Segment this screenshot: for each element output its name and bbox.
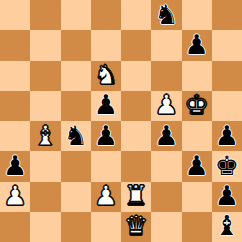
square-a5[interactable]	[0, 91, 30, 121]
black-pawn-a3[interactable]: ♟	[3, 152, 27, 179]
square-a2[interactable]: ♟	[0, 182, 30, 212]
square-g7[interactable]: ♟	[182, 30, 212, 60]
square-e2[interactable]: ♜	[121, 182, 151, 212]
square-g8[interactable]	[182, 0, 212, 30]
square-c7[interactable]	[61, 30, 91, 60]
square-f5[interactable]: ♟	[151, 91, 181, 121]
white-pawn-f5[interactable]: ♟	[154, 91, 178, 118]
square-a7[interactable]	[0, 30, 30, 60]
black-pawn-g3[interactable]: ♟	[185, 152, 209, 179]
white-bishop-b4[interactable]: ♝	[33, 122, 57, 149]
square-h7[interactable]	[212, 30, 242, 60]
square-g2[interactable]	[182, 182, 212, 212]
white-knight-d6[interactable]: ♞	[94, 61, 118, 88]
square-b5[interactable]	[30, 91, 60, 121]
black-pawn-h4[interactable]: ♟	[215, 122, 239, 149]
square-f2[interactable]	[151, 182, 181, 212]
square-d6[interactable]: ♞	[91, 61, 121, 91]
square-b1[interactable]	[30, 212, 60, 242]
square-d8[interactable]	[91, 0, 121, 30]
square-c8[interactable]	[61, 0, 91, 30]
square-d4[interactable]: ♟	[91, 121, 121, 151]
square-d5[interactable]: ♟	[91, 91, 121, 121]
square-b4[interactable]: ♝	[30, 121, 60, 151]
square-e4[interactable]	[121, 121, 151, 151]
square-a4[interactable]	[0, 121, 30, 151]
white-king-g5[interactable]: ♚	[185, 91, 209, 118]
chess-board: ♞♟♞♟♟♚♝♞♟♟♟♟♟♚♟♟♜♟♛♝	[0, 0, 242, 242]
square-h6[interactable]	[212, 61, 242, 91]
square-d1[interactable]	[91, 212, 121, 242]
square-f3[interactable]	[151, 151, 181, 181]
square-g5[interactable]: ♚	[182, 91, 212, 121]
square-e7[interactable]	[121, 30, 151, 60]
square-g1[interactable]	[182, 212, 212, 242]
square-e3[interactable]	[121, 151, 151, 181]
square-b2[interactable]	[30, 182, 60, 212]
square-f8[interactable]: ♞	[151, 0, 181, 30]
square-b3[interactable]	[30, 151, 60, 181]
square-c4[interactable]: ♞	[61, 121, 91, 151]
square-e8[interactable]	[121, 0, 151, 30]
black-bishop-h1[interactable]: ♝	[215, 212, 239, 239]
black-knight-f8[interactable]: ♞	[154, 1, 178, 28]
square-h1[interactable]: ♝	[212, 212, 242, 242]
white-pawn-a2[interactable]: ♟	[3, 182, 27, 209]
black-king-h3[interactable]: ♚	[215, 152, 239, 179]
square-h3[interactable]: ♚	[212, 151, 242, 181]
square-f7[interactable]	[151, 30, 181, 60]
square-g3[interactable]: ♟	[182, 151, 212, 181]
square-a1[interactable]	[0, 212, 30, 242]
square-d2[interactable]: ♟	[91, 182, 121, 212]
square-e5[interactable]	[121, 91, 151, 121]
black-pawn-d4[interactable]: ♟	[94, 122, 118, 149]
square-h4[interactable]: ♟	[212, 121, 242, 151]
square-g6[interactable]	[182, 61, 212, 91]
square-b8[interactable]	[30, 0, 60, 30]
white-pawn-d2[interactable]: ♟	[94, 182, 118, 209]
square-h2[interactable]: ♟	[212, 182, 242, 212]
square-f4[interactable]: ♟	[151, 121, 181, 151]
black-pawn-h2[interactable]: ♟	[215, 182, 239, 209]
black-pawn-f4[interactable]: ♟	[154, 122, 178, 149]
square-d3[interactable]	[91, 151, 121, 181]
square-g4[interactable]	[182, 121, 212, 151]
square-f1[interactable]	[151, 212, 181, 242]
square-a8[interactable]	[0, 0, 30, 30]
black-knight-c4[interactable]: ♞	[64, 122, 88, 149]
square-b7[interactable]	[30, 30, 60, 60]
square-f6[interactable]	[151, 61, 181, 91]
white-rook-e2[interactable]: ♜	[124, 182, 148, 209]
square-d7[interactable]	[91, 30, 121, 60]
square-b6[interactable]	[30, 61, 60, 91]
square-a6[interactable]	[0, 61, 30, 91]
square-c1[interactable]	[61, 212, 91, 242]
white-queen-e1[interactable]: ♛	[124, 212, 148, 239]
square-h8[interactable]	[212, 0, 242, 30]
square-h5[interactable]	[212, 91, 242, 121]
square-a3[interactable]: ♟	[0, 151, 30, 181]
square-e6[interactable]	[121, 61, 151, 91]
black-pawn-d5[interactable]: ♟	[94, 91, 118, 118]
square-c6[interactable]	[61, 61, 91, 91]
square-c2[interactable]	[61, 182, 91, 212]
square-c3[interactable]	[61, 151, 91, 181]
black-pawn-g7[interactable]: ♟	[185, 31, 209, 58]
square-c5[interactable]	[61, 91, 91, 121]
square-e1[interactable]: ♛	[121, 212, 151, 242]
